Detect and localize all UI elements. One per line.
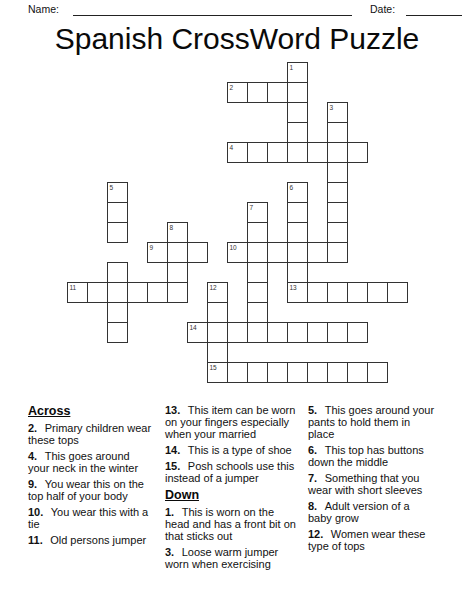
clue-text: Old persons jumper (50, 534, 146, 546)
grid-cell-r3c13[interactable] (327, 122, 348, 143)
clue-number-9: 9. (28, 478, 37, 490)
grid-cell-r11c3[interactable] (127, 282, 148, 303)
cell-number-11: 11 (70, 284, 76, 292)
clue-9: 9.You wear this on the top half of your … (28, 478, 153, 502)
grid-cell-r11c12[interactable] (307, 282, 328, 303)
puzzle-title: Spanish CrossWord Puzzle (0, 22, 474, 56)
grid-cell-r15c15[interactable] (367, 362, 388, 383)
grid-cell-r1c11[interactable] (287, 82, 308, 103)
clue-number-4: 4. (28, 450, 37, 462)
clue-text: Posh schools use this instead of a jumpe… (165, 460, 294, 484)
cell-number-3: 3 (330, 104, 333, 112)
clue-6: 6.This top has buttons down the middle (308, 444, 435, 468)
grid-cell-r4c12[interactable] (307, 142, 328, 163)
clue-number-3: 3. (165, 546, 174, 558)
grid-cell-r11c16[interactable] (387, 282, 408, 303)
grid-cell-r10c2[interactable] (107, 262, 128, 283)
grid-cell-r4c9[interactable] (247, 142, 268, 163)
clue-text: You wear this with a tie (28, 506, 148, 530)
across-heading: Across (28, 404, 153, 418)
grid-cell-r15c7[interactable]: 15 (207, 362, 228, 383)
clue-number-1: 1. (165, 506, 174, 518)
grid-cell-r9c8[interactable]: 10 (227, 242, 248, 263)
clue-number-10: 10. (28, 506, 43, 518)
grid-cell-r11c0[interactable]: 11 (67, 282, 88, 303)
clue-4: 4.This goes around your neck in the wint… (28, 450, 153, 474)
grid-cell-r9c4[interactable]: 9 (147, 242, 168, 263)
cell-number-1: 1 (290, 64, 293, 72)
clue-number-7: 7. (308, 472, 317, 484)
clue-text: This top has buttons down the middle (308, 444, 424, 468)
down-heading: Down (165, 488, 298, 502)
grid-cell-r9c12[interactable] (307, 242, 328, 263)
clue-number-11: 11. (28, 534, 43, 546)
grid-cell-r13c12[interactable] (307, 322, 328, 343)
cell-number-5: 5 (110, 184, 113, 192)
grid-cell-r11c9[interactable] (247, 282, 268, 303)
cell-number-12: 12 (210, 284, 217, 292)
date-label: Date: (370, 3, 395, 15)
grid-cell-r2c11[interactable] (287, 102, 308, 123)
grid-cell-r0c11[interactable]: 1 (287, 62, 308, 83)
clue-text: Loose warm jumper worn when exercising (165, 546, 278, 570)
grid-cell-r6c11[interactable]: 6 (287, 182, 308, 203)
clue-2: 2.Primary children wear these tops (28, 422, 153, 446)
grid-cell-r7c2[interactable] (107, 202, 128, 223)
clue-3: 3.Loose warm jumper worn when exercising (165, 546, 298, 570)
cell-number-10: 10 (230, 244, 237, 252)
grid-cell-r11c14[interactable] (347, 282, 368, 303)
date-blank-line[interactable] (406, 2, 462, 16)
clue-7: 7.Something that you wear with short sle… (308, 472, 435, 496)
grid-cell-r4c10[interactable] (267, 142, 288, 163)
clue-text: Something that you wear with short sleev… (308, 472, 422, 496)
grid-cell-r11c1[interactable] (87, 282, 108, 303)
clue-number-2: 2. (28, 422, 37, 434)
clue-number-6: 6. (308, 444, 317, 456)
clue-number-8: 8. (308, 500, 317, 512)
clue-15: 15.Posh schools use this instead of a ju… (165, 460, 298, 484)
grid-cell-r4c14[interactable] (347, 142, 368, 163)
grid-cell-r15c11[interactable] (287, 362, 308, 383)
clue-text: This goes around your neck in the winter (28, 450, 138, 474)
clue-text: This goes around your pants to hold them… (308, 404, 434, 440)
grid-cell-r11c7[interactable]: 12 (207, 282, 228, 303)
clue-number-12: 12. (308, 528, 323, 540)
grid-cell-r13c11[interactable] (287, 322, 308, 343)
grid-cell-r10c5[interactable] (167, 262, 188, 283)
grid-cell-r7c11[interactable] (287, 202, 308, 223)
grid-cell-r4c13[interactable] (327, 142, 348, 163)
clue-1: 1.This is worn on the head and has a fro… (165, 506, 298, 543)
grid-cell-r11c5[interactable] (167, 282, 188, 303)
grid-cell-r13c6[interactable]: 14 (187, 322, 208, 343)
grid-cell-r13c9[interactable] (247, 322, 268, 343)
grid-cell-r12c9[interactable] (247, 302, 268, 323)
grid-cell-r1c8[interactable]: 2 (227, 82, 248, 103)
grid-cell-r8c11[interactable] (287, 222, 308, 243)
clue-column-3: 5.This goes around your pants to hold th… (308, 404, 435, 574)
cell-number-6: 6 (290, 184, 293, 192)
grid-cell-r11c11[interactable]: 13 (287, 282, 308, 303)
cell-number-4: 4 (230, 144, 233, 152)
grid-cell-r13c2[interactable] (107, 322, 128, 343)
clue-13: 13.This item can be worn on your fingers… (165, 404, 298, 441)
grid-cell-r9c5[interactable] (167, 242, 188, 263)
grid-cell-r15c8[interactable] (227, 362, 248, 383)
clue-text: Adult version of a baby grow (308, 500, 410, 524)
clue-number-15: 15. (165, 460, 180, 472)
grid-cell-r10c11[interactable] (287, 262, 308, 283)
grid-cell-r15c10[interactable] (267, 362, 288, 383)
cell-number-13: 13 (290, 284, 297, 292)
grid-cell-r8c2[interactable] (107, 222, 128, 243)
clue-14: 14.This is a type of shoe (165, 444, 298, 456)
grid-cell-r11c4[interactable] (147, 282, 168, 303)
clue-text: This item can be worn on your fingers es… (165, 404, 295, 440)
grid-cell-r3c11[interactable] (287, 122, 308, 143)
grid-cell-r9c9[interactable] (247, 242, 268, 263)
grid-cell-r8c9[interactable] (247, 222, 268, 243)
clue-column-2: 13.This item can be worn on your fingers… (165, 404, 298, 574)
grid-cell-r7c9[interactable]: 7 (247, 202, 268, 223)
clue-12: 12.Women wear these type of tops (308, 528, 435, 552)
grid-cell-r12c2[interactable] (107, 302, 128, 323)
clue-11: 11.Old persons jumper (28, 534, 153, 546)
grid-cell-r11c13[interactable] (327, 282, 348, 303)
clue-8: 8.Adult version of a baby grow (308, 500, 435, 524)
grid-cell-r9c13[interactable] (327, 242, 348, 263)
grid-cell-r13c8[interactable] (227, 322, 248, 343)
grid-cell-r11c2[interactable] (107, 282, 128, 303)
clue-text: Women wear these type of tops (308, 528, 425, 552)
clue-text: Primary children wear these tops (28, 422, 151, 446)
grid-cell-r15c13[interactable] (327, 362, 348, 383)
clue-text: This is worn on the head and has a front… (165, 506, 296, 542)
clues-section: Across2.Primary children wear these tops… (28, 404, 435, 574)
cell-number-15: 15 (210, 364, 217, 372)
cell-number-7: 7 (250, 204, 253, 212)
crossword-grid: 123456789101112131415 (67, 62, 408, 383)
cell-number-8: 8 (170, 224, 173, 232)
grid-cell-r14c7[interactable] (207, 342, 228, 363)
worksheet-page: Name: Date: Spanish CrossWord Puzzle 123… (0, 0, 474, 613)
clue-number-14: 14. (165, 444, 180, 456)
cell-number-2: 2 (230, 84, 233, 92)
clue-5: 5.This goes around your pants to hold th… (308, 404, 435, 441)
grid-cell-r8c13[interactable] (327, 222, 348, 243)
name-blank-line[interactable] (73, 2, 352, 16)
grid-cell-r1c9[interactable] (247, 82, 268, 103)
clue-text: You wear this on the top half of your bo… (28, 478, 144, 502)
grid-cell-r13c14[interactable] (347, 322, 368, 343)
grid-cell-r15c14[interactable] (347, 362, 368, 383)
grid-cell-r12c7[interactable] (207, 302, 228, 323)
grid-cell-r11c15[interactable] (367, 282, 388, 303)
grid-cell-r13c13[interactable] (327, 322, 348, 343)
grid-cell-r9c10[interactable] (267, 242, 288, 263)
clue-text: This is a type of shoe (188, 444, 292, 456)
grid-cell-r6c13[interactable] (327, 182, 348, 203)
grid-cell-r13c7[interactable] (207, 322, 228, 343)
clue-column-1: Across2.Primary children wear these tops… (28, 404, 153, 574)
clue-number-13: 13. (165, 404, 180, 416)
cell-number-9: 9 (150, 244, 153, 252)
clue-number-5: 5. (308, 404, 317, 416)
grid-cell-r5c13[interactable] (327, 162, 348, 183)
grid-cell-r15c9[interactable] (247, 362, 268, 383)
grid-cell-r4c8[interactable]: 4 (227, 142, 248, 163)
grid-cell-r15c12[interactable] (307, 362, 328, 383)
grid-cell-r6c2[interactable]: 5 (107, 182, 128, 203)
name-label: Name: (28, 3, 59, 15)
cell-number-14: 14 (190, 324, 197, 332)
clue-10: 10.You wear this with a tie (28, 506, 153, 530)
grid-cell-r8c5[interactable]: 8 (167, 222, 188, 243)
grid-cell-r9c11[interactable] (287, 242, 308, 263)
grid-cell-r10c9[interactable] (247, 262, 268, 283)
grid-cell-r13c10[interactable] (267, 322, 288, 343)
grid-cell-r7c13[interactable] (327, 202, 348, 223)
grid-cell-r2c13[interactable]: 3 (327, 102, 348, 123)
grid-cell-r1c10[interactable] (267, 82, 288, 103)
grid-cell-r9c6[interactable] (187, 242, 208, 263)
grid-cell-r4c11[interactable] (287, 142, 308, 163)
